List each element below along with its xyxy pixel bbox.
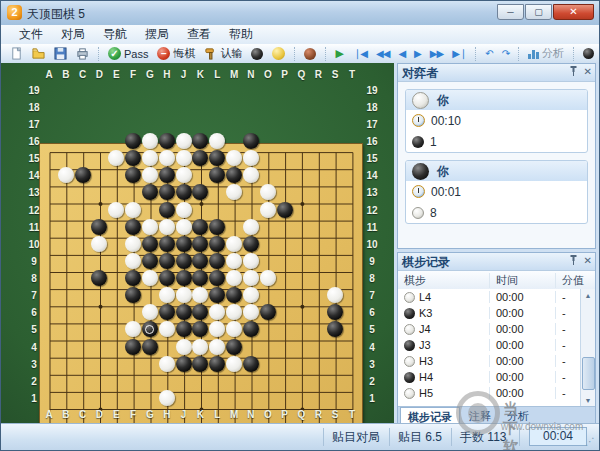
move-row[interactable]: H500:00- (398, 385, 581, 401)
white-move-stone-icon (404, 292, 415, 303)
toolbar-separator (98, 47, 99, 61)
move-coord: K3 (419, 307, 432, 319)
move-score: - (556, 339, 581, 351)
toolbar-separator (325, 47, 326, 61)
move-coord: H4 (419, 371, 433, 383)
app-window: 2 天顶围棋 5 ─ ▢ ✕ 文件对局导航摆局查看帮助 ✓Pass −悔棋 认输… (0, 0, 600, 451)
players-panel: 对弈者 ✕ 你 00:10 1 你 00:01 8 (397, 63, 596, 249)
move-row[interactable]: K300:00- (398, 305, 581, 321)
nav-last-button[interactable]: ▶❘ (449, 47, 469, 60)
move-row[interactable]: L400:00- (398, 289, 581, 305)
toolbar-separator (518, 47, 519, 61)
black-player-name: 你 (437, 163, 449, 180)
pin-icon[interactable] (569, 66, 578, 78)
white-move-stone-icon (404, 388, 415, 399)
move-coord: H3 (419, 355, 433, 367)
bar-chart-icon (528, 48, 539, 59)
move-score: - (556, 387, 581, 399)
status-move-count: 手数 113 (451, 428, 506, 446)
menu-item-3[interactable]: 导航 (95, 25, 135, 44)
white-player-stone-icon (412, 92, 429, 109)
lightbulb-icon (272, 47, 285, 60)
undo-arrow-button[interactable]: ↶ (482, 47, 495, 60)
black-player-card: 你 00:01 8 (405, 160, 588, 224)
territory-button[interactable] (301, 47, 319, 61)
panel-close-icon[interactable]: ✕ (584, 255, 592, 267)
analyze-button[interactable]: 分析 (525, 45, 567, 62)
white-player-name: 你 (437, 92, 449, 109)
move-score: - (556, 323, 581, 335)
new-game-button[interactable] (7, 46, 26, 61)
resign-hammer-icon (204, 47, 217, 60)
nav-first-button[interactable]: ❘◀ (350, 47, 370, 60)
move-time: 00:00 (490, 355, 556, 367)
menu-item-2[interactable]: 对局 (53, 25, 93, 44)
side-panel-region: 对弈者 ✕ 你 00:10 1 你 00:01 8 棋步记录 (394, 63, 599, 426)
status-clock: 00:04 (529, 427, 587, 446)
nav-forward-button[interactable]: ▶ (411, 47, 424, 60)
menu-item-1[interactable]: 文件 (11, 25, 51, 44)
board-region (1, 63, 394, 426)
move-time: 00:00 (490, 307, 556, 319)
move-coord: L4 (419, 291, 431, 303)
white-captures-icon (412, 136, 424, 148)
print-button[interactable] (73, 46, 92, 61)
moves-table-header: 棋步 时间 分值 (398, 271, 595, 290)
maximize-button[interactable]: ▢ (525, 4, 552, 20)
move-score: - (556, 307, 581, 319)
white-player-card: 你 00:10 1 (405, 89, 588, 153)
menu-bar: 文件对局导航摆局查看帮助 (1, 25, 599, 45)
play-button[interactable]: ▶ (332, 46, 346, 61)
toolbar-separator (475, 47, 476, 61)
move-coord: J4 (419, 323, 431, 335)
move-row[interactable]: H300:00- (398, 353, 581, 369)
black-move-stone-icon (404, 372, 415, 383)
move-row[interactable]: H400:00- (398, 369, 581, 385)
app-logo-icon: 2 (7, 5, 22, 20)
pass-button[interactable]: ✓Pass (105, 46, 151, 61)
moves-panel-header: 棋步记录 ✕ (398, 253, 595, 271)
nav-back-button[interactable]: ◀ (395, 47, 408, 60)
move-coord: J3 (419, 339, 431, 351)
save-button[interactable] (51, 46, 70, 61)
black-player-time: 00:01 (431, 185, 461, 199)
black-player-stone-icon (412, 163, 429, 180)
white-player-time: 00:10 (431, 114, 461, 128)
close-button[interactable]: ✕ (553, 4, 594, 20)
minimize-button[interactable]: ─ (497, 4, 524, 20)
hint-button[interactable] (269, 46, 288, 61)
resign-button[interactable]: 认输 (201, 45, 245, 62)
marker-stone-icon (304, 48, 316, 60)
panel-close-icon[interactable]: ✕ (584, 66, 592, 78)
status-mode: 贴目对局 (323, 428, 380, 446)
white-move-stone-icon (404, 324, 415, 335)
moves-panel: 棋步记录 ✕ 棋步 时间 分值 L400:00-K300:00-J400:00-… (397, 252, 596, 426)
menu-item-4[interactable]: 摆局 (137, 25, 177, 44)
black-move-stone-icon (404, 308, 415, 319)
moves-scrollbar[interactable]: ▲ ▼ (580, 289, 595, 407)
white-clock-icon (412, 114, 425, 127)
move-row[interactable]: J400:00- (398, 321, 581, 337)
white-player-captures: 1 (430, 135, 437, 149)
black-player-captures: 8 (430, 206, 437, 220)
go-board[interactable] (39, 143, 363, 451)
undo-button[interactable]: −悔棋 (154, 45, 198, 62)
menu-item-6[interactable]: 帮助 (221, 25, 261, 44)
scrollbar-thumb[interactable] (582, 357, 595, 390)
pass-icon: ✓ (108, 47, 121, 60)
status-komi: 贴目 6.5 (389, 428, 442, 446)
nav-fast-forward-button[interactable]: ▶▶ (427, 47, 446, 60)
toolbar-separator (573, 47, 574, 61)
black-stone-icon (251, 48, 263, 60)
title-bar: 2 天顶围棋 5 ─ ▢ ✕ (1, 1, 599, 26)
move-time: 00:00 (490, 323, 556, 335)
black-clock-icon (412, 185, 425, 198)
toolbar: ✓Pass −悔棋 认输 ▶ ❘◀ ◀◀ ◀ ▶ ▶▶ ▶❘ ↶ ↷ 分析 ✓ (1, 44, 599, 64)
players-panel-header: 对弈者 ✕ (398, 64, 595, 82)
toolbar-separator (294, 47, 295, 61)
pin-icon[interactable] (569, 255, 578, 267)
status-bar: 贴目对局 贴目 6.5 手数 113 00:04 ⋰ (1, 423, 599, 450)
move-coord: H5 (419, 387, 433, 399)
move-time: 00:00 (490, 387, 556, 399)
move-time: 00:00 (490, 371, 556, 383)
white-move-stone-icon (404, 356, 415, 367)
move-row[interactable]: J300:00- (398, 337, 581, 353)
nav-fast-back-button[interactable]: ◀◀ (373, 47, 392, 60)
undo-icon: − (157, 47, 170, 60)
black-captures-icon (412, 207, 424, 219)
window-title: 天顶围棋 5 (27, 6, 85, 23)
move-score: - (556, 291, 581, 303)
move-score: - (556, 355, 581, 367)
stone-tool-1-button[interactable] (580, 47, 597, 60)
black-move-stone-icon (404, 340, 415, 351)
resize-grip[interactable]: ⋰ (585, 436, 597, 448)
black-stone-tool-button[interactable] (248, 47, 266, 61)
move-time: 00:00 (490, 339, 556, 351)
open-file-button[interactable] (29, 46, 48, 61)
redo-arrow-button[interactable]: ↷ (499, 47, 512, 60)
move-score: - (556, 371, 581, 383)
menu-item-5[interactable]: 查看 (179, 25, 219, 44)
move-time: 00:00 (490, 291, 556, 303)
